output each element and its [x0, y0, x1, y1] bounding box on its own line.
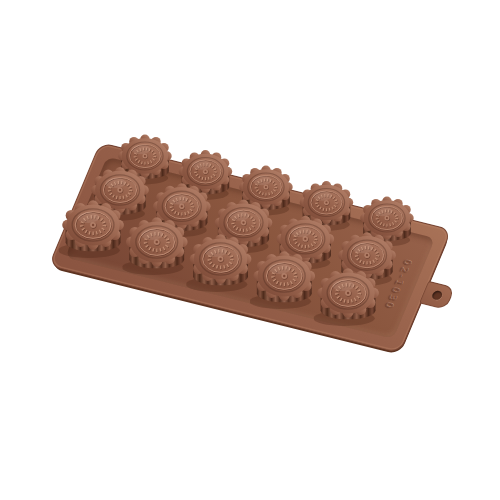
- product-photo: 02-1030: [0, 0, 500, 500]
- cavity-grid: [0, 0, 500, 500]
